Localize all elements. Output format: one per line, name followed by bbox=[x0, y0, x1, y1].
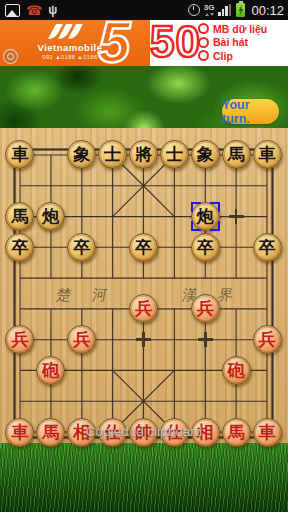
board-cell[interactable] bbox=[221, 232, 252, 263]
board-cell[interactable] bbox=[66, 386, 97, 417]
usb-icon: ψ bbox=[48, 4, 57, 16]
toast-message: Copied to clipboard bbox=[0, 424, 288, 439]
board-cell[interactable]: 兵 bbox=[5, 324, 36, 355]
black-piece-c[interactable]: 炮 bbox=[36, 202, 65, 231]
ad-offer-item: Clip bbox=[212, 50, 267, 61]
board-cell[interactable] bbox=[5, 170, 36, 201]
bullet-icon bbox=[198, 50, 209, 61]
board-cell[interactable] bbox=[159, 324, 190, 355]
board-cell[interactable] bbox=[221, 170, 252, 201]
board-cell[interactable] bbox=[128, 170, 159, 201]
board-cell[interactable]: 兵 bbox=[128, 293, 159, 324]
vietnamobile-logo-icon bbox=[52, 24, 79, 39]
missed-call-icon: ☎ bbox=[26, 4, 42, 17]
board-cell[interactable]: 卒 bbox=[190, 232, 221, 263]
black-piece-p[interactable]: 卒 bbox=[191, 233, 220, 262]
board-cell[interactable] bbox=[159, 170, 190, 201]
grass-background bbox=[0, 443, 288, 512]
board-cell[interactable] bbox=[252, 201, 283, 232]
board-cell[interactable] bbox=[252, 293, 283, 324]
alarm-icon bbox=[188, 4, 200, 16]
board-cell[interactable] bbox=[190, 386, 221, 417]
black-piece-k[interactable]: 將 bbox=[129, 140, 158, 169]
black-piece-p[interactable]: 卒 bbox=[67, 233, 96, 262]
turn-indicator: Your turn. bbox=[222, 99, 279, 124]
board-cell[interactable] bbox=[97, 355, 128, 386]
board-cell[interactable] bbox=[252, 170, 283, 201]
board-cell[interactable] bbox=[97, 170, 128, 201]
board-cell[interactable] bbox=[66, 293, 97, 324]
board-cell[interactable]: 象 bbox=[190, 140, 221, 171]
board-cell[interactable] bbox=[159, 263, 190, 294]
board-cell[interactable]: 砲 bbox=[221, 355, 252, 386]
board-cell[interactable]: 馬 bbox=[221, 140, 252, 171]
board-cell[interactable] bbox=[35, 170, 66, 201]
board-cell[interactable] bbox=[66, 170, 97, 201]
board-cell[interactable] bbox=[128, 263, 159, 294]
board-cell[interactable]: 卒 bbox=[252, 232, 283, 263]
board-cell[interactable]: 卒 bbox=[66, 232, 97, 263]
board-cell[interactable]: 兵 bbox=[190, 293, 221, 324]
board-cell[interactable]: 士 bbox=[159, 140, 190, 171]
board-cell[interactable] bbox=[5, 293, 36, 324]
board-cell[interactable] bbox=[97, 293, 128, 324]
ad-banner[interactable]: Vietnamobile 092 ▲0188 ▲0186 5 50 MB dữ … bbox=[0, 20, 288, 66]
board-cell[interactable] bbox=[97, 232, 128, 263]
board-cell[interactable] bbox=[190, 355, 221, 386]
black-piece-p[interactable]: 卒 bbox=[253, 233, 282, 262]
red-piece-c[interactable]: 砲 bbox=[222, 356, 251, 385]
board-cell[interactable]: 炮 bbox=[35, 201, 66, 232]
ad-offer-number: 50 bbox=[150, 20, 201, 66]
black-piece-b[interactable]: 象 bbox=[67, 140, 96, 169]
board-cell[interactable] bbox=[35, 232, 66, 263]
xiangqi-board[interactable]: 楚 河 漢 界 車象士將士象馬車馬炮炮卒卒卒卒卒兵兵兵兵兵砲砲車馬相仕帥仕相馬車 bbox=[0, 128, 288, 443]
board-cell[interactable] bbox=[128, 201, 159, 232]
board-cell[interactable]: 兵 bbox=[252, 324, 283, 355]
board-cell[interactable]: 炮 bbox=[190, 201, 221, 232]
3g-icon: 3G bbox=[204, 4, 215, 16]
black-piece-p[interactable]: 卒 bbox=[129, 233, 158, 262]
ad-offer-item: Bài hát bbox=[212, 37, 267, 48]
black-piece-p[interactable]: 卒 bbox=[5, 233, 34, 262]
ad-info-icon[interactable] bbox=[3, 49, 18, 64]
board-cell[interactable] bbox=[190, 263, 221, 294]
board-cell[interactable] bbox=[128, 386, 159, 417]
board-cell[interactable] bbox=[97, 386, 128, 417]
board-cell[interactable] bbox=[5, 263, 36, 294]
board-cell[interactable]: 砲 bbox=[35, 355, 66, 386]
ad-offer-text: MB dữ liệu bbox=[213, 23, 267, 35]
black-piece-b[interactable]: 象 bbox=[191, 140, 220, 169]
board-cell[interactable]: 馬 bbox=[5, 201, 36, 232]
gallery-icon bbox=[5, 4, 20, 17]
board-cell[interactable] bbox=[190, 170, 221, 201]
ad-offer-text: Bài hát bbox=[213, 36, 248, 48]
black-piece-n[interactable]: 馬 bbox=[5, 202, 34, 231]
board-cell[interactable] bbox=[252, 263, 283, 294]
board-cell[interactable] bbox=[128, 355, 159, 386]
board-cell[interactable]: 車 bbox=[252, 140, 283, 171]
board-cell[interactable] bbox=[221, 324, 252, 355]
point-marker-icon bbox=[198, 332, 213, 347]
board-cell[interactable] bbox=[66, 263, 97, 294]
board-cell[interactable]: 車 bbox=[5, 140, 36, 171]
board-cell[interactable] bbox=[128, 324, 159, 355]
red-piece-p[interactable]: 兵 bbox=[67, 325, 96, 354]
board-cell[interactable] bbox=[5, 355, 36, 386]
board-cell[interactable] bbox=[190, 324, 221, 355]
signal-icon bbox=[218, 4, 231, 16]
black-piece-a[interactable]: 士 bbox=[98, 140, 127, 169]
board-cell[interactable] bbox=[159, 355, 190, 386]
board-cell[interactable] bbox=[252, 386, 283, 417]
board-cell[interactable] bbox=[159, 386, 190, 417]
board-cell[interactable] bbox=[97, 201, 128, 232]
ad-offer-list: MB dữ liệu Bài hát Clip bbox=[212, 23, 267, 61]
red-piece-p[interactable]: 兵 bbox=[5, 325, 34, 354]
board-cell[interactable] bbox=[66, 355, 97, 386]
ad-offer-item: MB dữ liệu bbox=[212, 23, 267, 34]
point-marker-icon bbox=[136, 332, 151, 347]
point-marker-icon bbox=[229, 209, 244, 224]
ad-offer-text: Clip bbox=[213, 50, 233, 62]
black-piece-r[interactable]: 車 bbox=[253, 140, 282, 169]
network-label: 3G bbox=[204, 4, 215, 12]
red-piece-p[interactable]: 兵 bbox=[191, 294, 220, 323]
board-cell[interactable] bbox=[35, 263, 66, 294]
red-piece-c[interactable]: 砲 bbox=[36, 356, 65, 385]
board-cell[interactable] bbox=[35, 324, 66, 355]
board-cell[interactable]: 卒 bbox=[5, 232, 36, 263]
board-grid[interactable]: 車象士將士象馬車馬炮炮卒卒卒卒卒兵兵兵兵兵砲砲車馬相仕帥仕相馬車 bbox=[5, 140, 283, 448]
board-cell[interactable] bbox=[252, 355, 283, 386]
board-cell[interactable] bbox=[35, 140, 66, 171]
board-cell[interactable] bbox=[66, 201, 97, 232]
board-cell[interactable] bbox=[159, 293, 190, 324]
board-cell[interactable] bbox=[97, 324, 128, 355]
black-piece-a[interactable]: 士 bbox=[160, 140, 189, 169]
board-cell[interactable]: 士 bbox=[97, 140, 128, 171]
black-piece-n[interactable]: 馬 bbox=[222, 140, 251, 169]
board-cell[interactable] bbox=[97, 263, 128, 294]
board-cell[interactable]: 卒 bbox=[128, 232, 159, 263]
board-cell[interactable]: 兵 bbox=[66, 324, 97, 355]
clock-time: 00:12 bbox=[251, 3, 284, 18]
board-cell[interactable] bbox=[159, 232, 190, 263]
black-piece-r[interactable]: 車 bbox=[5, 140, 34, 169]
bullet-icon bbox=[198, 23, 209, 34]
board-cell[interactable] bbox=[5, 386, 36, 417]
board-cell[interactable] bbox=[35, 386, 66, 417]
board-cell[interactable] bbox=[159, 201, 190, 232]
status-bar: ☎ ψ 3G 00:12 bbox=[0, 0, 288, 20]
board-cell[interactable] bbox=[221, 293, 252, 324]
board-cell[interactable] bbox=[221, 263, 252, 294]
board-cell[interactable] bbox=[35, 293, 66, 324]
red-piece-p[interactable]: 兵 bbox=[129, 294, 158, 323]
selection-marker bbox=[191, 202, 220, 231]
board-cell[interactable] bbox=[221, 201, 252, 232]
ad-big-number: 5 bbox=[98, 20, 130, 66]
battery-charging-icon bbox=[236, 3, 245, 17]
board-cell[interactable]: 將 bbox=[128, 140, 159, 171]
bullet-icon bbox=[198, 37, 209, 48]
red-piece-p[interactable]: 兵 bbox=[253, 325, 282, 354]
board-cell[interactable] bbox=[221, 386, 252, 417]
board-cell[interactable]: 象 bbox=[66, 140, 97, 171]
